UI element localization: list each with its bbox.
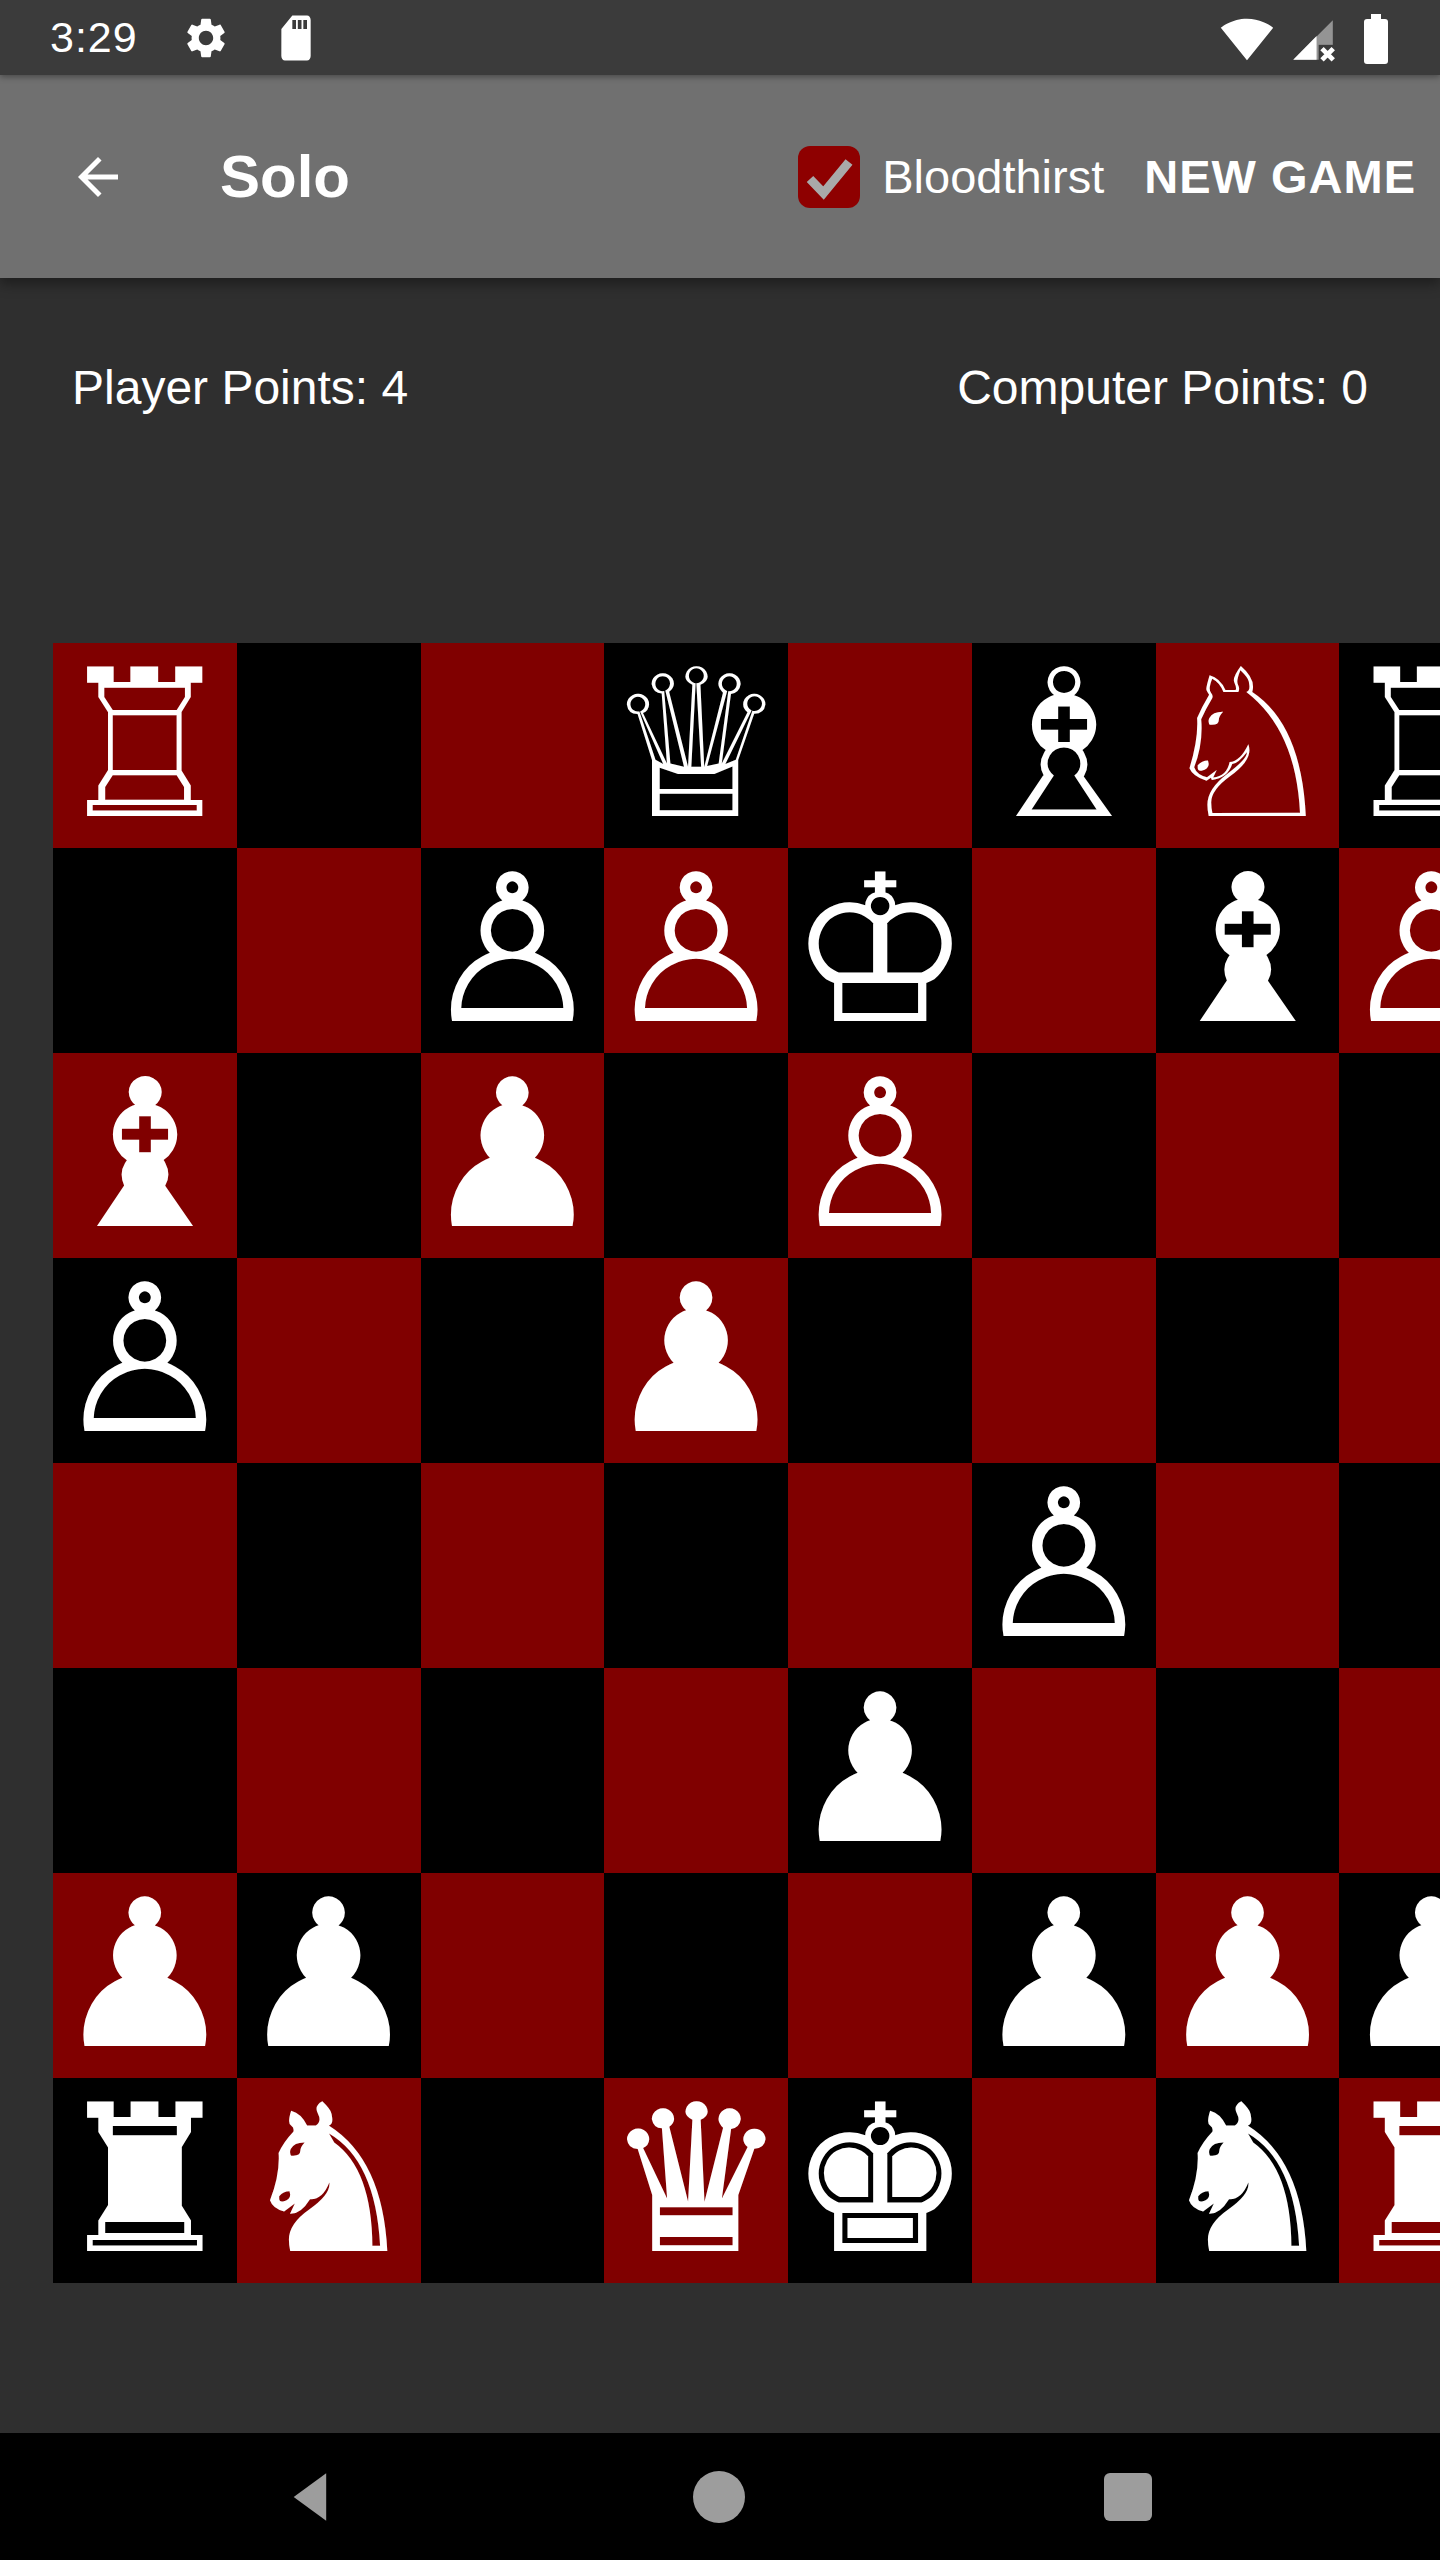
status-clock: 3:29 <box>50 13 138 62</box>
square-e1[interactable]: ♚ <box>788 2078 972 2283</box>
square-h1[interactable]: ♜ <box>1339 2078 1440 2283</box>
black-pawn-c7: ♙ <box>421 848 605 1053</box>
black-bishop-f8: ♗ <box>972 643 1156 848</box>
black-pawn-h7: ♙ <box>1339 848 1440 1053</box>
sd-card-icon <box>274 11 318 65</box>
square-e8[interactable] <box>788 643 972 848</box>
square-f3[interactable] <box>972 1668 1156 1873</box>
square-h5[interactable] <box>1339 1258 1440 1463</box>
square-e7[interactable]: ♔ <box>788 848 972 1053</box>
white-pawn-f2: ♟ <box>972 1873 1156 2078</box>
square-b6[interactable] <box>237 1053 421 1258</box>
square-b8[interactable] <box>237 643 421 848</box>
white-king-e1: ♚ <box>788 2078 972 2283</box>
square-a5[interactable]: ♙ <box>53 1258 237 1463</box>
square-a6[interactable]: ♝ <box>53 1053 237 1258</box>
square-a8[interactable]: ♖ <box>53 643 237 848</box>
square-e5[interactable] <box>788 1258 972 1463</box>
square-e4[interactable] <box>788 1463 972 1668</box>
square-f5[interactable] <box>972 1258 1156 1463</box>
white-queen-d1: ♛ <box>604 2078 788 2283</box>
square-f8[interactable]: ♗ <box>972 643 1156 848</box>
square-c4[interactable] <box>421 1463 605 1668</box>
square-a1[interactable]: ♜ <box>53 2078 237 2283</box>
player-points: Player Points: 4 <box>72 360 408 415</box>
square-d1[interactable]: ♛ <box>604 2078 788 2283</box>
chess-board: ♖♕♗♘♖♙♙♔♝♙♝♟♙♙♟♙♟♟♟♟♟♟♜♞♛♚♞♜ <box>53 643 1379 1969</box>
square-g8[interactable]: ♘ <box>1156 643 1340 848</box>
square-c7[interactable]: ♙ <box>421 848 605 1053</box>
square-g7[interactable]: ♝ <box>1156 848 1340 1053</box>
cell-signal-no-internet-icon <box>1287 14 1337 64</box>
black-pawn-d7: ♙ <box>604 848 788 1053</box>
white-bishop-g7: ♝ <box>1156 848 1340 1053</box>
white-pawn-g2: ♟ <box>1156 1873 1340 2078</box>
square-b7[interactable] <box>237 848 421 1053</box>
square-c6[interactable]: ♟ <box>421 1053 605 1258</box>
white-pawn-c6: ♟ <box>421 1053 605 1258</box>
square-d5[interactable]: ♟ <box>604 1258 788 1463</box>
new-game-button[interactable]: NEW GAME <box>1144 149 1416 204</box>
square-e6[interactable]: ♙ <box>788 1053 972 1258</box>
square-b2[interactable]: ♟ <box>237 1873 421 2078</box>
square-f1[interactable] <box>972 2078 1156 2283</box>
square-g5[interactable] <box>1156 1258 1340 1463</box>
square-c1[interactable] <box>421 2078 605 2283</box>
square-f6[interactable] <box>972 1053 1156 1258</box>
page-title: Solo <box>220 142 350 211</box>
square-a2[interactable]: ♟ <box>53 1873 237 2078</box>
computer-points: Computer Points: 0 <box>957 360 1368 415</box>
square-b4[interactable] <box>237 1463 421 1668</box>
white-knight-b1: ♞ <box>237 2078 421 2283</box>
status-right-cluster <box>1220 12 1440 64</box>
black-pawn-e6: ♙ <box>788 1053 972 1258</box>
square-g2[interactable]: ♟ <box>1156 1873 1340 2078</box>
square-f2[interactable]: ♟ <box>972 1873 1156 2078</box>
square-c8[interactable] <box>421 643 605 848</box>
square-a7[interactable] <box>53 848 237 1053</box>
settings-icon <box>182 14 230 62</box>
white-pawn-a2: ♟ <box>53 1873 237 2078</box>
status-bar: 3:29 <box>0 0 1440 75</box>
white-pawn-d5: ♟ <box>604 1258 788 1463</box>
home-circle-icon[interactable] <box>690 2468 748 2526</box>
white-rook-a1: ♜ <box>53 2078 237 2283</box>
square-h6[interactable] <box>1339 1053 1440 1258</box>
square-f4[interactable]: ♙ <box>972 1463 1156 1668</box>
square-g1[interactable]: ♞ <box>1156 2078 1340 2283</box>
square-d2[interactable] <box>604 1873 788 2078</box>
battery-full-icon <box>1362 12 1390 64</box>
white-knight-g1: ♞ <box>1156 2078 1340 2283</box>
scoreboard: Player Points: 4 Computer Points: 0 <box>0 360 1440 415</box>
square-h2[interactable]: ♟ <box>1339 1873 1440 2078</box>
android-nav-bar <box>0 2433 1440 2560</box>
square-c2[interactable] <box>421 1873 605 2078</box>
black-knight-g8: ♘ <box>1156 643 1340 848</box>
black-rook-a8: ♖ <box>53 643 237 848</box>
black-pawn-a5: ♙ <box>53 1258 237 1463</box>
square-d6[interactable] <box>604 1053 788 1258</box>
white-rook-h1: ♜ <box>1339 2078 1440 2283</box>
bloodthirst-label[interactable]: Bloodthirst <box>882 149 1104 204</box>
white-pawn-h2: ♟ <box>1339 1873 1440 2078</box>
square-a3[interactable] <box>53 1668 237 1873</box>
white-bishop-a6: ♝ <box>53 1053 237 1258</box>
square-c5[interactable] <box>421 1258 605 1463</box>
square-b3[interactable] <box>237 1668 421 1873</box>
black-queen-d8: ♕ <box>604 643 788 848</box>
square-d7[interactable]: ♙ <box>604 848 788 1053</box>
square-h3[interactable] <box>1339 1668 1440 1873</box>
square-b1[interactable]: ♞ <box>237 2078 421 2283</box>
square-h4[interactable] <box>1339 1463 1440 1668</box>
back-triangle-icon[interactable] <box>285 2467 337 2527</box>
wifi-icon <box>1220 14 1274 64</box>
white-pawn-b2: ♟ <box>237 1873 421 2078</box>
square-g6[interactable] <box>1156 1053 1340 1258</box>
square-g3[interactable] <box>1156 1668 1340 1873</box>
black-pawn-f4: ♙ <box>972 1463 1156 1668</box>
appbar-actions: Bloodthirst NEW GAME <box>796 144 1440 210</box>
square-c3[interactable] <box>421 1668 605 1873</box>
square-g4[interactable] <box>1156 1463 1340 1668</box>
square-h7[interactable]: ♙ <box>1339 848 1440 1053</box>
status-left-cluster: 3:29 <box>0 11 318 65</box>
square-d4[interactable] <box>604 1463 788 1668</box>
square-f7[interactable] <box>972 848 1156 1053</box>
recents-square-icon[interactable] <box>1101 2470 1155 2524</box>
arrow-left-icon[interactable] <box>68 147 128 207</box>
black-king-e7: ♔ <box>788 848 972 1053</box>
square-d8[interactable]: ♕ <box>604 643 788 848</box>
square-e2[interactable] <box>788 1873 972 2078</box>
bloodthirst-checkbox[interactable] <box>796 144 862 210</box>
square-d3[interactable] <box>604 1668 788 1873</box>
white-pawn-e3: ♟ <box>788 1668 972 1873</box>
square-h8[interactable]: ♖ <box>1339 643 1440 848</box>
black-rook-h8: ♖ <box>1339 643 1440 848</box>
square-e3[interactable]: ♟ <box>788 1668 972 1873</box>
square-a4[interactable] <box>53 1463 237 1668</box>
square-b5[interactable] <box>237 1258 421 1463</box>
app-bar: Solo Bloodthirst NEW GAME <box>0 75 1440 278</box>
